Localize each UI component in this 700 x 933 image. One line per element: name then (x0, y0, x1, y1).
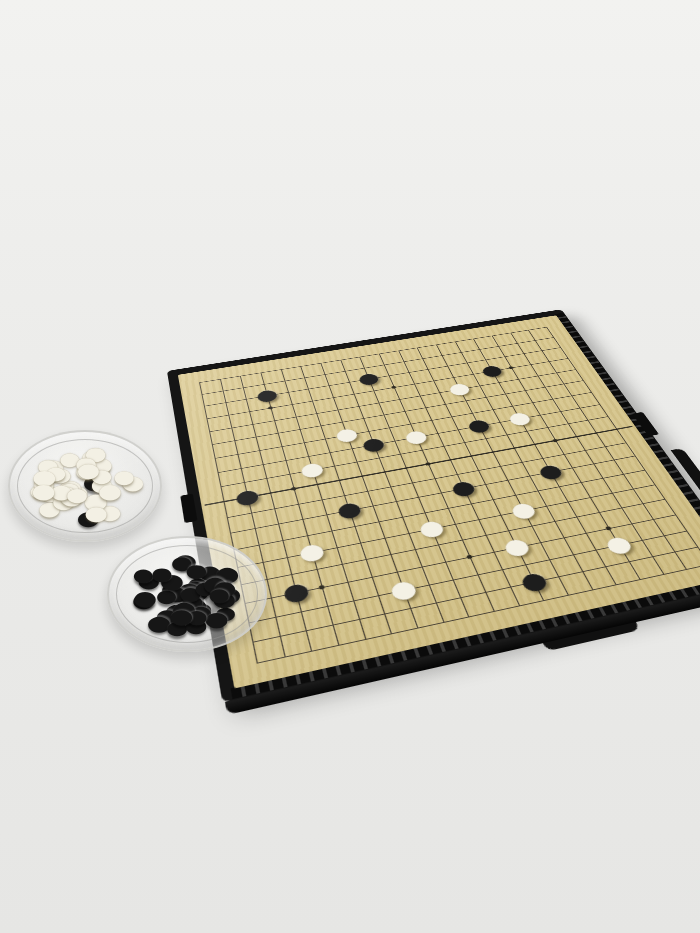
white-stone-in-tray[interactable]: ● (31, 482, 56, 502)
white-stone-in-tray[interactable]: ● (77, 460, 101, 480)
white-stone[interactable]: ● (445, 380, 473, 397)
black-stone[interactable]: ● (334, 498, 364, 521)
white-stone-in-tray[interactable]: ● (66, 486, 89, 505)
grid-line-h (257, 564, 700, 664)
white-stone[interactable]: ● (386, 576, 420, 603)
black-stone[interactable]: ● (254, 386, 280, 404)
star-point (391, 386, 397, 389)
white-stone[interactable]: ● (600, 532, 636, 557)
white-stone-in-tray[interactable]: ● (98, 482, 123, 502)
black-stone[interactable]: ● (447, 477, 478, 499)
black-stone[interactable]: ● (534, 461, 566, 482)
white-stone-in-tray[interactable]: ● (84, 503, 108, 523)
fold-hinge-left (180, 494, 197, 524)
white-stone[interactable]: ● (333, 425, 361, 444)
white-stone[interactable]: ● (415, 516, 447, 540)
black-stone[interactable]: ● (478, 362, 506, 379)
grid-line-h (227, 442, 626, 517)
black-stone[interactable]: ● (516, 568, 552, 595)
black-stone[interactable]: ● (464, 416, 493, 435)
black-stone[interactable]: ● (359, 434, 388, 454)
black-stone-tray[interactable]: ●●●●●●●●●●●●●●●●●●●●●●●●●●●●●●●●●●●●●●●●… (107, 536, 267, 652)
black-stone-in-tray[interactable]: ● (151, 565, 173, 583)
white-stone[interactable]: ● (506, 498, 539, 521)
go-board[interactable]: ●●●●●●●●●●●●●●●●●●●●●● (167, 309, 700, 702)
white-stone[interactable]: ● (401, 427, 430, 447)
star-point (425, 462, 431, 466)
grid-line-h (233, 470, 644, 551)
star-point (466, 554, 473, 559)
white-stone[interactable]: ● (499, 534, 533, 559)
star-point (268, 406, 273, 409)
star-point (291, 487, 297, 491)
white-stone[interactable]: ● (298, 459, 327, 480)
black-stone-in-tray[interactable]: ● (208, 586, 230, 604)
grid-line-v (546, 327, 700, 564)
white-stone[interactable]: ● (296, 539, 327, 564)
white-stone[interactable]: ● (504, 409, 534, 428)
black-stone[interactable]: ● (355, 370, 381, 387)
black-stone[interactable]: ● (280, 578, 312, 605)
star-point (318, 585, 325, 590)
go-grid[interactable]: ●●●●●●●●●●●●●●●●●●●●●● (199, 327, 700, 663)
grid-line-v (510, 333, 664, 575)
black-stone-in-tray[interactable]: ● (133, 588, 158, 608)
black-stone-in-tray[interactable]: ● (169, 607, 193, 627)
white-stone-tray[interactable]: ●●●●●●●●●●●●●●●●●●●●●●●●●●●●●●●●●●●● (8, 430, 162, 542)
black-stone[interactable]: ● (233, 486, 262, 508)
